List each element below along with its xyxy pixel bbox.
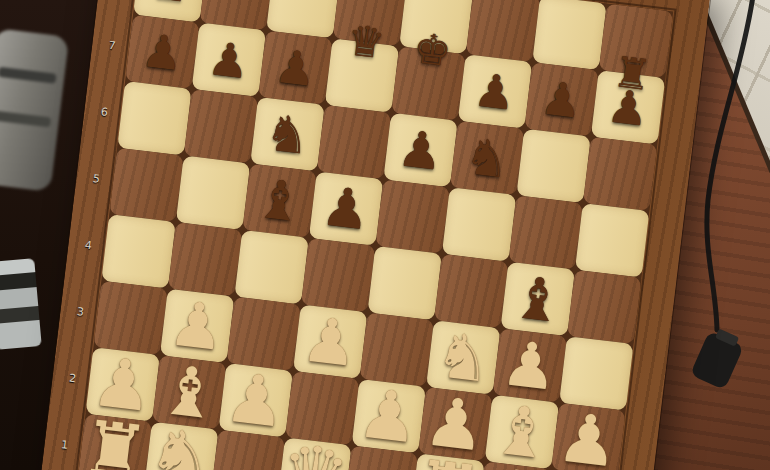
piece-white-rook-f1[interactable]: ♜ <box>409 449 486 470</box>
square-f1[interactable]: ♜ <box>410 453 484 470</box>
piece-white-king-g1[interactable]: ♚ <box>476 457 553 470</box>
piece-black-bishop-g4[interactable]: ♝ <box>508 267 567 331</box>
piece-black-king-e8[interactable]: ♚ <box>411 27 453 73</box>
piece-black-bishop-c5[interactable]: ♝ <box>252 171 306 230</box>
square-b7[interactable]: ♟ <box>192 22 266 96</box>
rank-label-7: 7 <box>103 38 122 53</box>
chessboard-squares: ♜♛♚♜♟♟♟♟♟♟♞♟♞♝♟♝♟♟♞♟♟♝♟♟♟♝♟♜♞♛♜♚ <box>78 0 674 470</box>
square-c6[interactable]: ♞ <box>250 97 324 171</box>
square-b1[interactable]: ♞ <box>144 422 218 470</box>
square-f4[interactable] <box>434 254 508 328</box>
square-a5[interactable] <box>109 148 183 222</box>
piece-white-pawn-c2[interactable]: ♟ <box>221 363 290 438</box>
photo-background: 87654321 ♜♛♚♜♟♟♟♟♟♟♞♟♞♝♟♝♟♟♞♟♟♝♟♟♟♝♟♜♞♛♜… <box>0 0 770 470</box>
square-h4[interactable] <box>567 270 641 344</box>
piece-white-pawn-e2[interactable]: ♟ <box>355 379 424 454</box>
piece-black-rook-a8[interactable]: ♜ <box>149 0 191 8</box>
square-a1[interactable]: ♜ <box>78 414 152 470</box>
square-f8[interactable] <box>466 0 540 62</box>
piece-black-pawn-b7[interactable]: ♟ <box>206 34 252 85</box>
square-f5[interactable] <box>442 187 516 261</box>
square-c7[interactable]: ♟ <box>258 30 332 104</box>
square-g1[interactable]: ♚ <box>477 461 551 470</box>
rank-label-6: 6 <box>95 104 114 119</box>
piece-black-pawn-e6[interactable]: ♟ <box>395 123 445 178</box>
square-a4[interactable] <box>101 214 175 288</box>
square-h2[interactable]: ♟ <box>551 403 625 470</box>
chessboard[interactable]: 87654321 ♜♛♚♜♟♟♟♟♟♟♞♟♞♝♟♝♟♟♞♟♟♝♟♟♟♝♟♜♞♛♜… <box>37 0 711 470</box>
small-device <box>0 258 42 350</box>
square-d6[interactable] <box>317 105 391 179</box>
piece-white-knight-b1[interactable]: ♞ <box>143 417 220 470</box>
square-g4[interactable]: ♝ <box>501 262 575 336</box>
square-h6[interactable] <box>583 137 657 211</box>
piece-black-pawn-c7[interactable]: ♟ <box>272 42 318 93</box>
square-a7[interactable]: ♟ <box>125 15 199 89</box>
piece-black-knight-f6[interactable]: ♞ <box>462 130 512 185</box>
piece-white-pawn-b3[interactable]: ♟ <box>166 292 229 360</box>
piece-white-pawn-d3[interactable]: ♟ <box>299 308 362 376</box>
square-b4[interactable] <box>168 222 242 296</box>
square-c2[interactable]: ♟ <box>219 363 293 437</box>
piece-white-knight-f3[interactable]: ♞ <box>432 323 495 391</box>
square-c5[interactable]: ♝ <box>242 163 316 237</box>
piece-black-pawn-f7[interactable]: ♟ <box>472 66 518 117</box>
square-d4[interactable] <box>301 238 375 312</box>
square-h5[interactable] <box>575 203 649 277</box>
square-d1[interactable]: ♛ <box>277 438 351 470</box>
piece-white-pawn-g3[interactable]: ♟ <box>499 331 562 399</box>
piece-black-knight-c6[interactable]: ♞ <box>262 107 312 162</box>
square-e8[interactable]: ♚ <box>399 0 473 54</box>
square-e2[interactable]: ♟ <box>352 379 426 453</box>
square-f6[interactable]: ♞ <box>450 121 524 195</box>
piece-black-pawn-a7[interactable]: ♟ <box>139 26 185 77</box>
square-h8[interactable]: ♜ <box>599 4 673 78</box>
rank-label-5: 5 <box>87 171 106 186</box>
square-d3[interactable]: ♟ <box>293 304 367 378</box>
piece-white-rook-a1[interactable]: ♜ <box>76 409 153 470</box>
square-g7[interactable]: ♟ <box>524 62 598 136</box>
piece-white-queen-d1[interactable]: ♛ <box>276 433 353 470</box>
square-e6[interactable]: ♟ <box>383 113 457 187</box>
rank-label-1: 1 <box>55 437 74 452</box>
square-e4[interactable] <box>367 246 441 320</box>
square-h7[interactable]: ♟ <box>591 70 665 144</box>
grey-object <box>0 28 69 192</box>
piece-black-pawn-d5[interactable]: ♟ <box>319 179 373 238</box>
square-b5[interactable] <box>176 156 250 230</box>
square-e5[interactable] <box>375 179 449 253</box>
square-a6[interactable] <box>117 81 191 155</box>
cable-plug <box>690 325 747 390</box>
square-b6[interactable] <box>184 89 258 163</box>
piece-white-pawn-h2[interactable]: ♟ <box>554 403 623 470</box>
square-g8[interactable] <box>532 0 606 70</box>
piece-black-queen-d8[interactable]: ♛ <box>345 19 387 65</box>
rank-label-3: 3 <box>71 304 90 319</box>
piece-black-pawn-g7[interactable]: ♟ <box>538 74 584 125</box>
piece-black-pawn-h7[interactable]: ♟ <box>605 82 651 133</box>
rank-label-2: 2 <box>63 370 82 385</box>
square-g6[interactable] <box>516 129 590 203</box>
square-d5[interactable]: ♟ <box>309 171 383 245</box>
rank-label-4: 4 <box>79 237 98 252</box>
square-f7[interactable]: ♟ <box>458 54 532 128</box>
square-g5[interactable] <box>508 195 582 269</box>
square-c4[interactable] <box>234 230 308 304</box>
